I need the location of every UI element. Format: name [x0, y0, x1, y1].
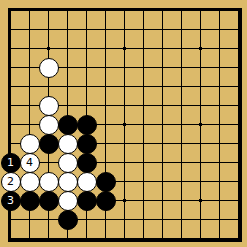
white-stone — [20, 134, 40, 154]
board-intersection: 1 — [1, 153, 20, 172]
white-stone — [39, 172, 59, 192]
move-number: 3 — [7, 195, 14, 206]
black-stone — [58, 115, 78, 135]
move-number: 4 — [26, 157, 33, 168]
black-stone: 1 — [1, 153, 21, 173]
board-intersection — [39, 115, 58, 134]
board-intersection — [77, 191, 96, 210]
black-stone — [39, 134, 59, 154]
black-stone — [39, 191, 59, 211]
board-intersection — [39, 58, 58, 77]
board-intersection — [58, 134, 77, 153]
white-stone — [20, 172, 40, 192]
board-intersection — [77, 153, 96, 172]
board-intersection — [77, 115, 96, 134]
board-intersection: 3 — [1, 191, 20, 210]
move-number: 1 — [7, 157, 14, 168]
board-intersection: 2 — [1, 172, 20, 191]
board-intersection — [20, 172, 39, 191]
board-intersection — [77, 134, 96, 153]
white-stone — [58, 153, 78, 173]
white-stone: 2 — [1, 172, 21, 192]
black-stone: 3 — [1, 191, 21, 211]
go-board: 1423 — [0, 0, 247, 247]
board-intersection — [20, 191, 39, 210]
board-intersection — [20, 134, 39, 153]
stones-layer: 1423 — [1, 1, 247, 247]
board-intersection — [39, 191, 58, 210]
board-intersection — [39, 172, 58, 191]
board-intersection — [39, 96, 58, 115]
black-stone — [96, 172, 116, 192]
board-intersection — [58, 172, 77, 191]
black-stone — [77, 153, 97, 173]
go-diagram: 1423 — [0, 0, 247, 247]
white-stone: 4 — [20, 153, 40, 173]
white-stone — [58, 134, 78, 154]
black-stone — [20, 191, 40, 211]
board-intersection — [58, 115, 77, 134]
white-stone — [39, 58, 59, 78]
black-stone — [77, 115, 97, 135]
black-stone — [96, 191, 116, 211]
black-stone — [77, 191, 97, 211]
board-intersection — [77, 172, 96, 191]
white-stone — [39, 96, 59, 116]
board-intersection — [58, 210, 77, 229]
board-intersection: 4 — [20, 153, 39, 172]
black-stone — [58, 210, 78, 230]
white-stone — [77, 172, 97, 192]
white-stone — [58, 172, 78, 192]
board-intersection — [58, 153, 77, 172]
board-intersection — [58, 191, 77, 210]
board-intersection — [96, 191, 115, 210]
move-number: 2 — [7, 176, 14, 187]
white-stone — [39, 115, 59, 135]
board-intersection — [96, 172, 115, 191]
board-intersection — [39, 134, 58, 153]
black-stone — [77, 134, 97, 154]
white-stone — [58, 191, 78, 211]
